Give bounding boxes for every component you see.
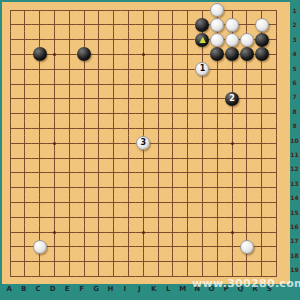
move-number-label: 2 xyxy=(229,95,235,103)
black-stone xyxy=(225,47,239,61)
white-stone xyxy=(225,33,239,47)
black-stone xyxy=(33,47,47,61)
white-stone xyxy=(210,3,224,17)
row-label: 8 xyxy=(292,107,296,114)
row-label: 14 xyxy=(290,194,298,201)
row-label: 11 xyxy=(290,151,298,158)
column-label: C xyxy=(36,285,41,293)
column-label: K xyxy=(151,285,156,293)
row-label: 9 xyxy=(292,122,296,129)
row-label: 2 xyxy=(292,21,296,28)
row-label: 4 xyxy=(292,50,296,57)
column-label: G xyxy=(93,285,99,293)
column-label: M xyxy=(179,285,186,293)
move-number-label: 3 xyxy=(140,139,146,147)
stones-layer: ▲213 xyxy=(3,3,284,284)
white-stone: 1 xyxy=(195,62,209,76)
white-stone xyxy=(33,240,47,254)
row-label: 3 xyxy=(292,35,296,42)
row-label: 6 xyxy=(292,79,296,86)
black-stone xyxy=(255,33,269,47)
row-label: 15 xyxy=(290,208,298,215)
column-label: I xyxy=(124,285,127,293)
column-label: E xyxy=(65,285,70,293)
go-board: ▲213 xyxy=(2,2,290,284)
column-label: F xyxy=(79,285,84,293)
white-stone xyxy=(240,240,254,254)
white-stone xyxy=(240,33,254,47)
column-label: L xyxy=(166,285,170,293)
watermark: www.300280.com xyxy=(192,277,300,290)
black-stone: ▲ xyxy=(195,33,209,47)
white-stone xyxy=(255,18,269,32)
black-stone: 2 xyxy=(225,92,239,106)
row-label: 13 xyxy=(290,179,298,186)
row-label: 18 xyxy=(290,251,298,258)
column-label: A xyxy=(7,285,12,293)
black-stone xyxy=(240,47,254,61)
white-stone: 3 xyxy=(136,136,150,150)
row-label: 19 xyxy=(290,266,298,273)
black-stone xyxy=(195,18,209,32)
white-stone xyxy=(210,18,224,32)
row-label: 12 xyxy=(290,165,298,172)
column-label: H xyxy=(108,285,114,293)
move-number-label: 1 xyxy=(200,65,206,73)
black-stone xyxy=(255,47,269,61)
column-label: J xyxy=(138,285,141,293)
white-stone xyxy=(225,18,239,32)
row-label: 5 xyxy=(292,64,296,71)
white-stone xyxy=(210,33,224,47)
row-label: 16 xyxy=(290,223,298,230)
row-coordinate-labels: 12345678910111213141516171819 xyxy=(289,0,300,300)
row-label: 17 xyxy=(290,237,298,244)
black-stone xyxy=(210,47,224,61)
triangle-marker: ▲ xyxy=(199,36,205,44)
row-label: 7 xyxy=(292,93,296,100)
column-label: B xyxy=(21,285,26,293)
black-stone xyxy=(77,47,91,61)
column-label: D xyxy=(50,285,56,293)
go-board-frame: ▲213 ABCDEFGHIJKLMNOPQRS 123456789101112… xyxy=(0,0,300,300)
row-label: 1 xyxy=(292,7,296,14)
row-label: 10 xyxy=(290,136,298,143)
